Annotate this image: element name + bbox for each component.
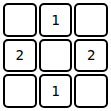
grid-cell-r0c1[interactable]: 1 [39,3,73,37]
puzzle-board: 1 2 2 1 [0,0,111,111]
grid-cell-r0c2[interactable] [74,3,108,37]
grid-cell-r2c0[interactable] [3,74,37,108]
grid-cell-r2c2[interactable] [74,74,108,108]
grid-cell-r1c0[interactable]: 2 [3,39,37,73]
grid-cell-r2c1[interactable]: 1 [39,74,73,108]
grid-cell-r1c1[interactable] [39,39,73,73]
grid-cell-r0c0[interactable] [3,3,37,37]
grid-cell-r1c2[interactable]: 2 [74,39,108,73]
